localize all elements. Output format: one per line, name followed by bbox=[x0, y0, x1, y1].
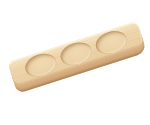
product-photo bbox=[0, 0, 150, 125]
wooden-tray bbox=[7, 21, 144, 86]
